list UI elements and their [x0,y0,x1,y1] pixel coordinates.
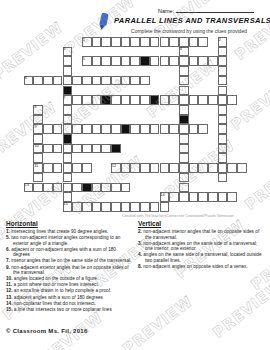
crossword-cell [218,144,228,154]
crossword-cell [237,163,247,173]
crossword-cell [179,66,189,76]
crossword-cell [227,95,237,105]
crossword-cell [72,95,82,105]
crossword-cell [101,183,111,193]
crossword-cell [33,115,43,125]
clue-number-label: 13 [25,183,29,187]
crossword-cell [189,37,199,47]
crossword-cell [92,37,102,47]
crossword-black-cell [101,95,111,105]
crossword-cell [140,95,150,105]
clue-number-label: 12 [112,164,116,168]
crossword-black-cell [63,86,73,96]
clue-number-label: 7 [63,96,65,100]
crossword-cell [72,163,82,173]
name-label: Name: [158,8,174,14]
crossword-cell [218,105,228,115]
crossword-cell [72,144,82,154]
crossword-cell [150,124,160,134]
crossword-cell [218,76,228,86]
crossword-cell [92,56,102,66]
crossword-cell [130,76,140,86]
crossword-cell [189,163,199,173]
crossword-cell [160,124,170,134]
crossword-cell [82,163,92,173]
crossword-cell [63,163,73,173]
crossword-cell [111,124,121,134]
crossword-cell [160,95,170,105]
clue-item: 15. a line that intersects two or more c… [6,307,134,313]
crossword-cell [92,124,102,134]
crossword-cell [140,163,150,173]
crossword-cell [43,144,53,154]
clue-item: 10. angles located on the outside of a f… [6,276,134,282]
crossword-cell [208,56,218,66]
preview-watermark: PREVIEW [241,148,270,214]
crossword-cell [92,183,102,193]
crossword-cell [218,56,228,66]
crossword-cell [179,124,189,134]
crossword-cell [33,76,43,86]
crossword-cell [198,192,208,202]
crossword-cell [43,163,53,173]
crossword-cell [111,76,121,86]
crossword-cell [198,37,208,47]
crossword-cell [53,144,63,154]
crossword-cell [208,95,218,105]
crossword-cell [130,95,140,105]
crossword-cell [179,76,189,86]
crossword-cell [63,144,73,154]
crossword-cell [150,202,160,212]
crossword-cell [198,163,208,173]
crossword-cell [160,37,170,47]
horizontal-clues-header: Horizontal [6,220,134,227]
crossword-cell [150,37,160,47]
clue-item: 8. non-adjacent angles on opposite sides… [138,264,266,270]
crossword-cell [72,76,82,86]
crossword-black-cell [111,144,121,154]
clue-item: 12. an extra line drawn in to help compl… [6,288,134,294]
crossword-cell [101,124,111,134]
crossword-cell [53,163,63,173]
crossword-cell [218,124,228,134]
crossword-cell [189,56,199,66]
crossword-cell [72,202,82,212]
crossword-cell [82,124,92,134]
crossword-cell [169,163,179,173]
crossword-cell [198,124,208,134]
crossword-cell [121,56,131,66]
crossword-cell [33,183,43,193]
crossword-cell [63,66,73,76]
clue-number-label: 1 [83,38,85,42]
crossword-cell [82,144,92,154]
crossword-cell [101,76,111,86]
clue-number-label: 5 [83,57,85,61]
horizontal-clues-section: Horizontal 1. intersecting lines that cr… [6,220,134,313]
crossword-cell [121,163,131,173]
crossword-cell [43,124,53,134]
clue-number-label: 15 [63,202,67,206]
crossword-cell [130,202,140,212]
crossword-cell [33,173,43,183]
crossword-cell [63,56,73,66]
crossword-cell [218,66,228,76]
name-field-row: Name: [158,6,254,14]
preview-watermark: PREVIEW [209,276,270,342]
crossword-cell [111,56,121,66]
crossword-cell [101,202,111,212]
clue-number-label: 8 [34,105,36,109]
crossword-cell [63,115,73,125]
crossword-cell [160,56,170,66]
crossword-cell [179,95,189,105]
clue-number-label: 2 [219,38,221,42]
page-subtitle: Complete the crossword by using the clue… [110,28,268,34]
crossword-cell [198,56,208,66]
crossword-cell [179,153,189,163]
clue-number-label: 10 [34,144,38,148]
crossword-cell [63,76,73,86]
crossword-cell [218,163,228,173]
crossword-cell [150,56,160,66]
crossword-cell [92,76,102,86]
crossword-cell [43,76,53,86]
vertical-clues-list: 2. non-adjacent interior angles that lie… [138,229,266,270]
crossword-cell [218,192,228,202]
crossword-black-cell [82,183,92,193]
crossword-cell [169,124,179,134]
crossword-cell [218,115,228,125]
crossword-cell [169,192,179,202]
crossword-cell [101,56,111,66]
crossword-black-cell [179,115,189,125]
crossword-cell [82,202,92,212]
clue-item: 2. non-adjacent interior angles that lie… [138,229,266,240]
page-title: Parallel Lines and Transversals [114,16,264,25]
crossword-cell [121,202,131,212]
crossword-cell [53,76,63,86]
clue-number-label: 6 [25,76,27,80]
crossword-cell [111,95,121,105]
crossword-cell [63,183,73,193]
vertical-clues-header: Vertical [138,220,266,227]
horizontal-clues-list: 1. intersecting lines that create 90 deg… [6,229,134,312]
crossword-cell [179,144,189,154]
clue-item: 9. non-adjacent exterior angles that lie… [6,265,134,276]
clue-item: 4. angles on the same side of a transver… [138,252,266,263]
preview-watermark: PREVIEW [0,18,66,84]
crossword-cell [160,202,170,212]
crossword-cell [179,163,189,173]
clue-number-label: 9 [34,125,36,129]
crossword-cell [72,124,82,134]
crossword-cell [198,95,208,105]
worksheet-page: { "page": { "name_label": "Name:", "titl… [0,0,270,350]
crossword-black-cell [150,95,160,105]
crossword-cell [150,163,160,173]
crossword-cell [101,144,111,154]
crossword-cell [179,173,189,183]
crossword-cell [169,37,179,47]
crossword-cell [53,124,63,134]
clue-number-label: 11 [34,164,38,168]
crossword-cell [218,86,228,96]
crossword-cell [160,163,170,173]
generator-credit: Created with TheTeachersCorner.net Cross… [90,214,266,218]
crossword-black-cell [121,124,131,134]
crossword-cell [43,183,53,193]
crossword-cell [140,37,150,47]
crossword-cell [189,95,199,105]
crossword-cell [140,202,150,212]
crossword-cell [140,76,150,86]
crossword-cell [130,56,140,66]
crossword-cell [179,105,189,115]
crossword-cell [130,37,140,47]
clue-number-label: 3 [63,47,65,51]
crossword-cell [218,95,228,105]
crossword-cell [218,173,228,183]
crossword-cell [179,56,189,66]
crossword-cell [82,76,92,86]
crossword-cell [179,134,189,144]
copyright-footer: © Classroom Ms. Fil, 2016 [6,328,88,334]
crossword-cell [111,183,121,193]
crossword-cell [111,37,121,47]
crossword-cell [179,192,189,202]
crossword-cell [53,183,63,193]
clue-item: 13. adjacent angles with a sum of 180 de… [6,295,134,301]
crossword-cell [218,134,228,144]
crossword-cell [169,56,179,66]
crossword-cell [130,124,140,134]
crossword-cell [92,144,102,154]
crossword-black-cell [140,56,150,66]
crossword-cell [121,183,131,193]
crossword-cell [101,37,111,47]
crossword-cell [218,47,228,57]
crossword-cell [33,153,43,163]
vertical-clues-section: Vertical 2. non-adjacent interior angles… [138,220,266,270]
clue-number-label: 14 [160,193,164,197]
crossword-cell [227,163,237,173]
crossword-cell [227,192,237,202]
clue-item: 3. non-adjacent angles on the same side … [138,241,266,252]
clue-item: 5. two non-adjacent interior angles corr… [6,235,134,246]
crossword-cell [82,95,92,105]
crossword-cell [63,153,73,163]
crossword-cell [63,105,73,115]
crossword-cell [63,124,73,134]
crossword-cell [121,76,131,86]
crossword-cell [179,183,189,193]
crossword-cell [92,202,102,212]
clue-item: 7. interior angles that lie on the same … [6,258,134,264]
crossword-cell [111,202,121,212]
pencil-icon [96,12,111,32]
crossword-cell [189,192,199,202]
clue-number-label: 4 [180,47,182,51]
clue-item: 14. non-coplanar lines that do not inter… [6,301,134,307]
crossword-cell [140,124,150,134]
crossword-cell [208,192,218,202]
crossword-cell [169,95,179,105]
crossword-cell [121,95,131,105]
crossword-cell [121,37,131,47]
crossword-cell [208,163,218,173]
crossword-cell [92,95,102,105]
crossword-cell [63,173,73,183]
clue-item: 11. a point where two or more lines inte… [6,282,134,288]
crossword-cell [218,153,228,163]
crossword-cell [189,124,199,134]
crossword-cell [130,163,140,173]
name-blank-line [176,6,254,13]
crossword-black-cell [63,134,73,144]
clue-item: 1. intersecting lines that create 90 deg… [6,229,134,235]
clue-item: 6. adjacent or non-adjacent angles with … [6,247,134,258]
crossword-cell [179,86,189,96]
crossword-cell [72,183,82,193]
